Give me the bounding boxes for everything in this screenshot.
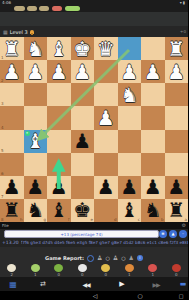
square-d7[interactable]: ♟ <box>94 176 118 199</box>
rewind-button[interactable]: ◀◀ <box>80 277 92 291</box>
square-b4[interactable] <box>141 106 165 129</box>
square-f8[interactable]: ♝f <box>47 199 71 222</box>
square-b8[interactable]: ♞b <box>141 199 165 222</box>
recents-button[interactable]: □ <box>176 291 186 300</box>
report-progress-icon <box>87 255 94 262</box>
quality-dot-cell-4[interactable]: 0 <box>71 263 95 277</box>
quality-dot-icon <box>31 264 40 272</box>
square-c2[interactable]: ♟ <box>118 60 142 83</box>
square-b5[interactable] <box>141 130 165 153</box>
engine-pv-moves: f7f6 g5e3 d7d5 d4e5 f6e5 e3g5 f8e7 g5e7 … <box>21 240 188 245</box>
black-b-piece[interactable]: ♝ <box>47 199 71 222</box>
square-d2[interactable] <box>94 60 118 83</box>
black-p-piece[interactable]: ♟ <box>71 130 95 153</box>
white-p-piece[interactable]: ♟ <box>71 60 95 83</box>
game-report-label: Game Report: <box>45 255 84 261</box>
quality-dot-cell-3[interactable]: 0 <box>47 263 71 277</box>
square-g8[interactable]: ♞g <box>24 199 48 222</box>
play-button[interactable]: ▶ <box>117 277 127 291</box>
square-f7[interactable]: ♟ <box>47 176 71 199</box>
square-h1[interactable]: ♜1 <box>0 37 24 60</box>
black-p-piece[interactable]: ♟ <box>118 176 142 199</box>
square-b6[interactable] <box>141 153 165 176</box>
white-p-piece[interactable]: ♟ <box>141 60 165 83</box>
square-a7[interactable]: ♟ <box>165 176 189 199</box>
chess-app-screen: 4:06 ▾▮ ▦ Level 3 +0 ♜1♞♝♚♛♜♟2♟♟♟♟♟♟3♞4♟… <box>0 0 188 300</box>
quality-dot-icon <box>125 264 134 272</box>
square-e3[interactable] <box>71 83 95 106</box>
square-d6[interactable] <box>94 153 118 176</box>
quality-dot-cell-8[interactable]: 0 <box>165 263 189 277</box>
trophy-icon <box>30 30 34 34</box>
square-g6[interactable] <box>24 153 48 176</box>
quality-dot-cell-7[interactable]: 1 <box>141 263 165 277</box>
back-button[interactable]: ◁ <box>90 291 100 300</box>
square-c7[interactable]: ♟ <box>118 176 142 199</box>
quality-dot-icon <box>54 264 63 272</box>
move-quality-dots-row: 21000110 <box>0 263 188 277</box>
square-h8[interactable]: ♜8h <box>0 199 24 222</box>
square-b2[interactable]: ♟ <box>141 60 165 83</box>
square-d4[interactable]: ♟ <box>94 106 118 129</box>
square-b7[interactable]: ♟ <box>141 176 165 199</box>
square-h2[interactable]: ♟2 <box>0 60 24 83</box>
square-e7[interactable] <box>71 176 95 199</box>
square-e5[interactable]: ♟ <box>71 130 95 153</box>
square-a8[interactable]: ♜a <box>165 199 189 222</box>
quality-dot-icon <box>78 264 87 272</box>
black-p-piece[interactable]: ♟ <box>165 176 189 199</box>
quality-dot-icon <box>7 264 16 272</box>
square-g5[interactable]: ♝✦ <box>24 130 48 153</box>
square-a6[interactable] <box>165 153 189 176</box>
expand-line-icon[interactable]: › <box>185 238 187 245</box>
square-f2[interactable]: ♟ <box>47 60 71 83</box>
square-c8[interactable]: ♝c <box>118 199 142 222</box>
chip-1 <box>14 6 25 11</box>
chess-board[interactable]: ♜1♞♝♚♛♜♟2♟♟♟♟♟♟3♞4♟5♝✦♟6♟7♟♟♟♟♟♟♜8h♞g♝f♚… <box>0 37 188 222</box>
board-menu-icon: ▦ <box>3 29 8 35</box>
square-a2[interactable]: ♟ <box>165 60 189 83</box>
black-p-piece[interactable]: ♟ <box>47 176 71 199</box>
app-bar: ▦ Level 3 +0 <box>0 26 188 37</box>
flip-board-icon[interactable]: ⇄ <box>38 277 48 291</box>
white-n-piece[interactable]: ♞ <box>24 37 48 60</box>
square-a3[interactable] <box>165 83 189 106</box>
notification-chip-row <box>0 5 188 12</box>
square-f4[interactable] <box>47 106 71 129</box>
quality-dot-icon <box>148 264 157 272</box>
square-g3[interactable] <box>24 83 48 106</box>
chip-3 <box>39 6 49 11</box>
game-report-header: Game Report: ♙ ○ ♙ ○ ♟ i <box>0 253 188 263</box>
black-p-piece[interactable]: ♟ <box>141 176 165 199</box>
square-f1[interactable]: ♝ <box>47 37 71 60</box>
quality-dot-icon <box>101 264 110 272</box>
square-h7[interactable]: ♟7 <box>0 176 24 199</box>
square-a5[interactable] <box>165 130 189 153</box>
square-d3[interactable] <box>94 83 118 106</box>
ring-icon: ○ <box>105 254 109 262</box>
info-icon[interactable]: i <box>137 255 143 261</box>
square-c3[interactable]: ♞ <box>118 83 142 106</box>
quality-dot-cell-6[interactable]: 1 <box>118 263 142 277</box>
file-bar-label: File <box>2 223 9 228</box>
square-f6[interactable] <box>47 153 71 176</box>
white-p-piece[interactable]: ♟ <box>47 60 71 83</box>
quality-dot-cell-5[interactable]: 0 <box>94 263 118 277</box>
chip-4 <box>52 6 62 11</box>
android-nav-bar: ◁ ○ □ <box>0 291 188 300</box>
square-g2[interactable]: ♟ <box>24 60 48 83</box>
white-r-piece[interactable]: ♜ <box>165 37 189 60</box>
square-h5[interactable]: 5 <box>0 130 24 153</box>
chip-5 <box>65 6 80 11</box>
ring-icon-2: ○ <box>121 254 125 262</box>
eval-progress-row: +13 (percentage 74) ≡ ▲ – <box>0 229 188 238</box>
square-b3[interactable] <box>141 83 165 106</box>
toolbar-spacer <box>0 12 188 26</box>
engine-analysis-line[interactable]: +13.20 f7f6 g5e3 d7d5 d4e5 f6e5 e3g5 f8e… <box>0 238 188 247</box>
collapse-icon[interactable]: ▬ <box>178 277 188 291</box>
square-h3[interactable]: 3 <box>0 83 24 106</box>
square-d8[interactable]: d <box>94 199 118 222</box>
square-a1[interactable]: ♜ <box>165 37 189 60</box>
square-c4[interactable] <box>118 106 142 129</box>
white-pawn-icon: ♙ <box>97 254 102 262</box>
square-f5[interactable] <box>47 130 71 153</box>
square-f3[interactable] <box>47 83 71 106</box>
analysis-minimize-button[interactable]: – <box>179 230 187 238</box>
board-list-icon[interactable]: ▦ <box>8 277 18 291</box>
square-e6[interactable] <box>71 153 95 176</box>
engine-eval-value: +13.20 <box>2 240 19 245</box>
white-p-piece[interactable]: ♟ <box>165 60 189 83</box>
square-e8[interactable]: ♚e <box>71 199 95 222</box>
eval-progress-text: +13 (percentage 74) <box>61 232 103 237</box>
white-p-piece[interactable]: ♟ <box>24 60 48 83</box>
square-h4[interactable]: 4 <box>0 106 24 129</box>
forward-button[interactable]: ▶▶ <box>150 277 162 291</box>
square-c6[interactable] <box>118 153 142 176</box>
square-g7[interactable]: ♟ <box>24 176 48 199</box>
level-indicator[interactable]: ▦ Level 3 <box>3 26 34 37</box>
white-n-piece[interactable]: ♞ <box>118 83 142 106</box>
square-h6[interactable]: 6 <box>0 153 24 176</box>
white-p-piece[interactable]: ♟ <box>94 106 118 129</box>
square-g1[interactable]: ♞ <box>24 37 48 60</box>
square-b1[interactable] <box>141 37 165 60</box>
white-p-piece[interactable]: ♟ <box>118 60 142 83</box>
home-button[interactable]: ○ <box>135 291 145 300</box>
level-label: Level 3 <box>10 29 28 35</box>
square-e4[interactable] <box>71 106 95 129</box>
quality-dot-icon <box>172 264 181 272</box>
gray-pawn-icon: ♟ <box>129 254 134 262</box>
white-q-piece[interactable]: ♛ <box>94 37 118 60</box>
eval-progress-bar: +13 (percentage 74) <box>4 230 159 238</box>
analysis-up-button[interactable]: ▲ <box>169 230 177 238</box>
best-move-marker-icon: ✦ <box>25 131 30 136</box>
square-a4[interactable] <box>165 106 189 129</box>
quality-dot-cell-1[interactable]: 2 <box>0 263 24 277</box>
file-bar: File ⚙ <box>0 222 188 229</box>
square-c1[interactable] <box>118 37 142 60</box>
black-p-piece[interactable]: ♟ <box>24 176 48 199</box>
gear-icon[interactable]: ⚙ <box>182 222 186 228</box>
square-c5[interactable] <box>118 130 142 153</box>
black-p-piece[interactable]: ♟ <box>94 176 118 199</box>
square-e1[interactable]: ♚ <box>71 37 95 60</box>
square-d5[interactable] <box>94 130 118 153</box>
square-g4[interactable] <box>24 106 48 129</box>
quality-dot-cell-2[interactable]: 1 <box>24 263 48 277</box>
square-e2[interactable]: ♟ <box>71 60 95 83</box>
white-k-piece[interactable]: ♚ <box>71 37 95 60</box>
analysis-menu-button[interactable]: ≡ <box>159 230 167 238</box>
white-b-piece[interactable]: ♝ <box>47 37 71 60</box>
app-bar-right-text: +0 <box>180 29 186 34</box>
playback-bar: ▦ ⇄ ◀◀ ▶ ▶▶ ▬ <box>0 277 188 291</box>
square-d1[interactable]: ♛ <box>94 37 118 60</box>
white-pawn-icon-2: ♙ <box>113 254 118 262</box>
chip-2 <box>27 6 37 11</box>
